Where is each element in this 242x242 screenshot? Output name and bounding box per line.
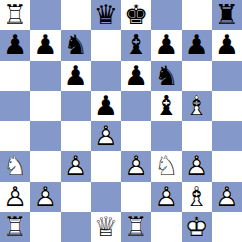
square-e2[interactable]: [121, 182, 151, 212]
square-a3[interactable]: ♞♘: [0, 151, 30, 181]
square-g6[interactable]: [182, 61, 212, 91]
white-pawn-piece[interactable]: ♟♙: [30, 182, 60, 212]
white-pawn-piece[interactable]: ♟♙: [61, 151, 91, 181]
square-g2[interactable]: ♝♗: [182, 182, 212, 212]
square-c1[interactable]: [61, 212, 91, 242]
square-h4[interactable]: [212, 121, 242, 151]
square-h8[interactable]: ♜: [212, 0, 242, 30]
black-knight-icon: ♞: [61, 30, 91, 60]
square-h5[interactable]: [212, 91, 242, 121]
black-pawn-piece[interactable]: ♟: [182, 30, 212, 60]
black-king-icon: ♚: [121, 0, 151, 30]
square-d1[interactable]: ♛♕: [91, 212, 121, 242]
white-bishop-piece[interactable]: ♝♗: [182, 182, 212, 212]
black-pawn-icon: ♟: [0, 30, 30, 60]
square-c8[interactable]: [61, 0, 91, 30]
black-queen-icon: ♛: [91, 0, 121, 30]
square-a8[interactable]: ♜♖: [0, 0, 30, 30]
square-f8[interactable]: [151, 0, 181, 30]
square-c5[interactable]: [61, 91, 91, 121]
white-pawn-piece[interactable]: ♟♙: [212, 182, 242, 212]
square-e1[interactable]: ♜♖: [121, 212, 151, 242]
square-b7[interactable]: ♟: [30, 30, 60, 60]
square-g8[interactable]: [182, 0, 212, 30]
white-knight-icon: ♘: [151, 151, 181, 181]
square-c2[interactable]: [61, 182, 91, 212]
black-pawn-icon: ♟: [151, 30, 181, 60]
white-queen-piece[interactable]: ♛♕: [91, 212, 121, 242]
square-f6[interactable]: ♞: [151, 61, 181, 91]
black-bishop-piece[interactable]: ♝: [151, 91, 181, 121]
square-g5[interactable]: ♝♗: [182, 91, 212, 121]
square-b5[interactable]: [30, 91, 60, 121]
square-g7[interactable]: ♟: [182, 30, 212, 60]
white-pawn-icon: ♙: [212, 182, 242, 212]
square-c4[interactable]: [61, 121, 91, 151]
square-f5[interactable]: ♝: [151, 91, 181, 121]
square-d3[interactable]: [91, 151, 121, 181]
square-b6[interactable]: [30, 61, 60, 91]
white-queen-icon: ♕: [91, 212, 121, 242]
square-a2[interactable]: ♟♙: [0, 182, 30, 212]
black-pawn-piece[interactable]: ♟: [30, 30, 60, 60]
square-h3[interactable]: [212, 151, 242, 181]
black-pawn-icon: ♟: [212, 30, 242, 60]
white-rook-piece[interactable]: ♜♖: [121, 212, 151, 242]
square-b2[interactable]: ♟♙: [30, 182, 60, 212]
square-d5[interactable]: ♟: [91, 91, 121, 121]
black-pawn-piece[interactable]: ♟: [61, 61, 91, 91]
square-b8[interactable]: [30, 0, 60, 30]
white-pawn-piece[interactable]: ♟♙: [0, 182, 30, 212]
square-h1[interactable]: [212, 212, 242, 242]
white-pawn-icon: ♙: [182, 151, 212, 181]
black-queen-piece[interactable]: ♛: [91, 0, 121, 30]
square-e3[interactable]: ♟♙: [121, 151, 151, 181]
white-bishop-icon: ♗: [182, 182, 212, 212]
black-pawn-icon: ♟: [182, 30, 212, 60]
square-f3[interactable]: ♞♘: [151, 151, 181, 181]
square-e6[interactable]: ♟: [121, 61, 151, 91]
white-rook-piece[interactable]: ♜♖: [0, 0, 30, 30]
black-pawn-icon: ♟: [30, 30, 60, 60]
black-pawn-icon: ♟: [91, 91, 121, 121]
chess-board: ♜♖♛♚♜♟♟♞♝♟♟♟♟♟♞♟♝♝♗♟♙♞♘♟♙♟♙♞♘♟♙♟♙♟♙♟♙♝♗♟…: [0, 0, 242, 242]
white-pawn-icon: ♙: [0, 182, 30, 212]
square-d4[interactable]: ♟♙: [91, 121, 121, 151]
white-pawn-icon: ♙: [61, 151, 91, 181]
black-knight-piece[interactable]: ♞: [151, 61, 181, 91]
white-knight-piece[interactable]: ♞♘: [151, 151, 181, 181]
square-d7[interactable]: [91, 30, 121, 60]
white-rook-icon: ♖: [0, 0, 30, 30]
square-a5[interactable]: [0, 91, 30, 121]
square-f7[interactable]: ♟: [151, 30, 181, 60]
square-d8[interactable]: ♛: [91, 0, 121, 30]
square-h2[interactable]: ♟♙: [212, 182, 242, 212]
white-knight-icon: ♘: [0, 151, 30, 181]
white-rook-icon: ♖: [0, 212, 30, 242]
square-c3[interactable]: ♟♙: [61, 151, 91, 181]
square-a6[interactable]: [0, 61, 30, 91]
black-pawn-piece[interactable]: ♟: [91, 91, 121, 121]
black-knight-icon: ♞: [151, 61, 181, 91]
white-king-piece[interactable]: ♚♔: [182, 212, 212, 242]
square-g3[interactable]: ♟♙: [182, 151, 212, 181]
square-d2[interactable]: [91, 182, 121, 212]
square-a1[interactable]: ♜♖: [0, 212, 30, 242]
black-bishop-icon: ♝: [121, 30, 151, 60]
black-pawn-piece[interactable]: ♟: [212, 30, 242, 60]
black-bishop-icon: ♝: [151, 91, 181, 121]
white-rook-piece[interactable]: ♜♖: [0, 212, 30, 242]
black-rook-piece[interactable]: ♜: [212, 0, 242, 30]
white-rook-icon: ♖: [121, 212, 151, 242]
square-b4[interactable]: [30, 121, 60, 151]
white-pawn-icon: ♙: [151, 182, 181, 212]
black-pawn-icon: ♟: [61, 61, 91, 91]
white-pawn-icon: ♙: [30, 182, 60, 212]
white-knight-piece[interactable]: ♞♘: [0, 151, 30, 181]
square-f1[interactable]: [151, 212, 181, 242]
black-bishop-piece[interactable]: ♝: [121, 30, 151, 60]
square-b3[interactable]: [30, 151, 60, 181]
black-king-piece[interactable]: ♚: [121, 0, 151, 30]
square-h7[interactable]: ♟: [212, 30, 242, 60]
square-e5[interactable]: [121, 91, 151, 121]
white-bishop-icon: ♗: [182, 91, 212, 121]
square-h6[interactable]: [212, 61, 242, 91]
black-pawn-piece[interactable]: ♟: [121, 61, 151, 91]
square-e8[interactable]: ♚: [121, 0, 151, 30]
white-pawn-icon: ♙: [121, 151, 151, 181]
square-e7[interactable]: ♝: [121, 30, 151, 60]
square-e4[interactable]: [121, 121, 151, 151]
square-c6[interactable]: ♟: [61, 61, 91, 91]
square-a4[interactable]: [0, 121, 30, 151]
white-pawn-piece[interactable]: ♟♙: [121, 151, 151, 181]
white-pawn-piece[interactable]: ♟♙: [182, 151, 212, 181]
white-bishop-piece[interactable]: ♝♗: [182, 91, 212, 121]
white-pawn-icon: ♙: [91, 121, 121, 151]
white-pawn-piece[interactable]: ♟♙: [91, 121, 121, 151]
black-pawn-piece[interactable]: ♟: [0, 30, 30, 60]
black-pawn-icon: ♟: [121, 61, 151, 91]
square-g1[interactable]: ♚♔: [182, 212, 212, 242]
black-pawn-piece[interactable]: ♟: [151, 30, 181, 60]
square-f2[interactable]: ♟♙: [151, 182, 181, 212]
square-c7[interactable]: ♞: [61, 30, 91, 60]
square-f4[interactable]: [151, 121, 181, 151]
black-knight-piece[interactable]: ♞: [61, 30, 91, 60]
square-d6[interactable]: [91, 61, 121, 91]
white-king-icon: ♔: [182, 212, 212, 242]
black-rook-icon: ♜: [212, 0, 242, 30]
square-g4[interactable]: [182, 121, 212, 151]
white-pawn-piece[interactable]: ♟♙: [151, 182, 181, 212]
square-a7[interactable]: ♟: [0, 30, 30, 60]
square-b1[interactable]: [30, 212, 60, 242]
